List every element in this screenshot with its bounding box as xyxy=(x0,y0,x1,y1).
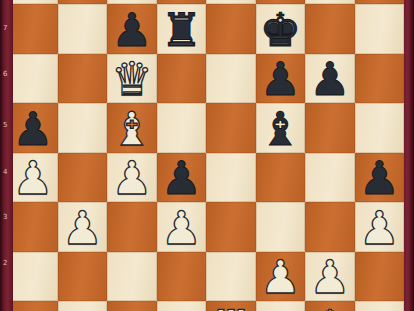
square-h1[interactable] xyxy=(355,301,405,311)
piece-white-rook-e1[interactable]: ♜ xyxy=(210,304,251,311)
square-h7[interactable] xyxy=(355,4,405,54)
square-c6[interactable]: ♛ xyxy=(107,54,157,104)
piece-white-pawn-c4[interactable]: ♟ xyxy=(111,155,152,201)
square-f2[interactable]: ♟ xyxy=(256,252,306,302)
square-a2[interactable] xyxy=(8,252,58,302)
piece-black-rook-d7[interactable]: ♜ xyxy=(161,7,202,53)
piece-white-pawn-g2[interactable]: ♟ xyxy=(309,254,350,300)
rank-label-7: 7 xyxy=(3,24,7,32)
square-h5[interactable] xyxy=(355,103,405,153)
rank-label-4: 4 xyxy=(3,168,7,176)
piece-black-pawn-f6[interactable]: ♟ xyxy=(260,56,301,102)
square-c4[interactable]: ♟ xyxy=(107,153,157,203)
square-a7[interactable] xyxy=(8,4,58,54)
square-g3[interactable] xyxy=(305,202,355,252)
square-f3[interactable] xyxy=(256,202,306,252)
piece-white-bishop-c5[interactable]: ♝ xyxy=(111,106,152,152)
square-f1[interactable] xyxy=(256,301,306,311)
square-h6[interactable] xyxy=(355,54,405,104)
square-h3[interactable]: ♟ xyxy=(355,202,405,252)
square-f7[interactable]: ♚ xyxy=(256,4,306,54)
piece-black-pawn-c7[interactable]: ♟ xyxy=(111,7,152,53)
piece-white-pawn-a4[interactable]: ♟ xyxy=(12,155,53,201)
square-c5[interactable]: ♝ xyxy=(107,103,157,153)
square-e5[interactable] xyxy=(206,103,256,153)
square-e4[interactable] xyxy=(206,153,256,203)
square-g6[interactable]: ♟ xyxy=(305,54,355,104)
square-d2[interactable] xyxy=(157,252,207,302)
square-f6[interactable]: ♟ xyxy=(256,54,306,104)
square-g1[interactable]: ♚ xyxy=(305,301,355,311)
square-d4[interactable]: ♟ xyxy=(157,153,207,203)
square-c2[interactable] xyxy=(107,252,157,302)
board-left-frame: 765432 xyxy=(0,0,13,311)
square-f5[interactable]: ♝ xyxy=(256,103,306,153)
piece-black-king-f7[interactable]: ♚ xyxy=(260,7,301,53)
square-h2[interactable] xyxy=(355,252,405,302)
square-f4[interactable] xyxy=(256,153,306,203)
square-c1[interactable] xyxy=(107,301,157,311)
piece-black-unknown-cropped-b8[interactable]: ♜ xyxy=(62,0,103,3)
piece-black-pawn-g6[interactable]: ♟ xyxy=(309,56,350,102)
square-g4[interactable] xyxy=(305,153,355,203)
piece-white-pawn-d3[interactable]: ♟ xyxy=(161,205,202,251)
piece-white-king-g1[interactable]: ♚ xyxy=(309,304,350,311)
piece-white-pawn-b3[interactable]: ♟ xyxy=(62,205,103,251)
piece-black-bishop-f5[interactable]: ♝ xyxy=(260,106,301,152)
square-d5[interactable] xyxy=(157,103,207,153)
square-c3[interactable] xyxy=(107,202,157,252)
square-g2[interactable]: ♟ xyxy=(305,252,355,302)
square-b4[interactable] xyxy=(58,153,108,203)
square-b3[interactable]: ♟ xyxy=(58,202,108,252)
piece-black-pawn-a5[interactable]: ♟ xyxy=(12,106,53,152)
square-d1[interactable] xyxy=(157,301,207,311)
square-e1[interactable]: ♜ xyxy=(206,301,256,311)
square-h4[interactable]: ♟ xyxy=(355,153,405,203)
square-b5[interactable] xyxy=(58,103,108,153)
rank-label-2: 2 xyxy=(3,259,7,267)
square-a3[interactable] xyxy=(8,202,58,252)
rank-label-5: 5 xyxy=(3,121,7,129)
board-right-frame xyxy=(404,0,414,311)
square-e7[interactable] xyxy=(206,4,256,54)
square-d6[interactable] xyxy=(157,54,207,104)
piece-black-pawn-h4[interactable]: ♟ xyxy=(359,155,400,201)
square-a6[interactable] xyxy=(8,54,58,104)
square-b2[interactable] xyxy=(58,252,108,302)
square-e6[interactable] xyxy=(206,54,256,104)
rank-label-3: 3 xyxy=(3,213,7,221)
square-b7[interactable] xyxy=(58,4,108,54)
square-e2[interactable] xyxy=(206,252,256,302)
square-a1[interactable] xyxy=(8,301,58,311)
rank-label-6: 6 xyxy=(3,70,7,78)
square-a4[interactable]: ♟ xyxy=(8,153,58,203)
piece-white-pawn-h3[interactable]: ♟ xyxy=(359,205,400,251)
square-c7[interactable]: ♟ xyxy=(107,4,157,54)
chess-diagram: ♜♟♜♚♛♟♟♟♝♝♟♟♟♟♟♟♟♟♟♜♚ 765432 xyxy=(0,0,414,311)
square-d7[interactable]: ♜ xyxy=(157,4,207,54)
square-a5[interactable]: ♟ xyxy=(8,103,58,153)
square-b1[interactable] xyxy=(58,301,108,311)
chess-board: ♜♟♜♚♛♟♟♟♝♝♟♟♟♟♟♟♟♟♟♜♚ xyxy=(8,0,404,311)
piece-black-pawn-d4[interactable]: ♟ xyxy=(161,155,202,201)
square-d3[interactable]: ♟ xyxy=(157,202,207,252)
piece-white-queen-c6[interactable]: ♛ xyxy=(111,56,152,102)
square-g7[interactable] xyxy=(305,4,355,54)
square-e3[interactable] xyxy=(206,202,256,252)
piece-white-pawn-f2[interactable]: ♟ xyxy=(260,254,301,300)
square-g5[interactable] xyxy=(305,103,355,153)
square-b6[interactable] xyxy=(58,54,108,104)
